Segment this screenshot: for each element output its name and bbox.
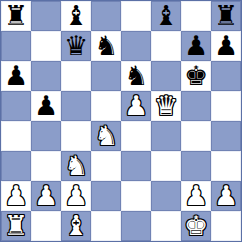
square-g7[interactable]: ♟ (181, 31, 211, 61)
square-c1[interactable]: ♝ (61, 211, 91, 241)
square-g6[interactable]: ♚ (181, 61, 211, 91)
square-h4[interactable] (211, 121, 241, 151)
piece-black-rook[interactable]: ♜ (4, 2, 28, 29)
square-f4[interactable] (151, 121, 181, 151)
piece-white-pawn[interactable]: ♟ (184, 182, 208, 209)
piece-black-bishop[interactable]: ♝ (64, 2, 88, 29)
square-g4[interactable] (181, 121, 211, 151)
piece-black-bishop[interactable]: ♝ (154, 2, 178, 29)
piece-white-knight[interactable]: ♞ (64, 152, 88, 179)
square-d2[interactable] (91, 181, 121, 211)
piece-white-bishop[interactable]: ♝ (64, 212, 88, 239)
piece-white-king[interactable]: ♚ (184, 212, 208, 239)
piece-white-pawn[interactable]: ♟ (34, 182, 58, 209)
square-f6[interactable] (151, 61, 181, 91)
piece-black-rook[interactable]: ♜ (214, 2, 238, 29)
square-f1[interactable] (151, 211, 181, 241)
square-h5[interactable] (211, 91, 241, 121)
square-b7[interactable] (31, 31, 61, 61)
square-h8[interactable]: ♜ (211, 1, 241, 31)
piece-white-pawn[interactable]: ♟ (124, 92, 148, 119)
square-a2[interactable]: ♟ (1, 181, 31, 211)
square-e1[interactable] (121, 211, 151, 241)
square-h1[interactable] (211, 211, 241, 241)
piece-black-knight[interactable]: ♞ (94, 32, 118, 59)
square-c8[interactable]: ♝ (61, 1, 91, 31)
square-e5[interactable]: ♟ (121, 91, 151, 121)
square-b8[interactable] (31, 1, 61, 31)
piece-white-rook[interactable]: ♜ (4, 212, 28, 239)
square-b5[interactable]: ♟ (31, 91, 61, 121)
square-h3[interactable] (211, 151, 241, 181)
square-c3[interactable]: ♞ (61, 151, 91, 181)
piece-black-pawn[interactable]: ♟ (184, 32, 208, 59)
square-d1[interactable] (91, 211, 121, 241)
square-f7[interactable] (151, 31, 181, 61)
square-f8[interactable]: ♝ (151, 1, 181, 31)
square-e7[interactable] (121, 31, 151, 61)
square-d5[interactable] (91, 91, 121, 121)
square-h6[interactable] (211, 61, 241, 91)
square-d4[interactable]: ♞ (91, 121, 121, 151)
square-b2[interactable]: ♟ (31, 181, 61, 211)
piece-black-knight[interactable]: ♞ (124, 62, 148, 89)
square-h7[interactable]: ♟ (211, 31, 241, 61)
square-e6[interactable]: ♞ (121, 61, 151, 91)
piece-white-pawn[interactable]: ♟ (4, 182, 28, 209)
square-e4[interactable] (121, 121, 151, 151)
square-a5[interactable] (1, 91, 31, 121)
piece-white-pawn[interactable]: ♟ (64, 182, 88, 209)
square-b1[interactable] (31, 211, 61, 241)
square-g8[interactable] (181, 1, 211, 31)
piece-black-queen[interactable]: ♛ (64, 32, 88, 59)
piece-black-king[interactable]: ♚ (184, 62, 208, 89)
square-f3[interactable] (151, 151, 181, 181)
square-b4[interactable] (31, 121, 61, 151)
square-c2[interactable]: ♟ (61, 181, 91, 211)
piece-white-queen[interactable]: ♛ (154, 92, 178, 119)
square-d7[interactable]: ♞ (91, 31, 121, 61)
square-g3[interactable] (181, 151, 211, 181)
square-g5[interactable] (181, 91, 211, 121)
square-a8[interactable]: ♜ (1, 1, 31, 31)
square-f2[interactable] (151, 181, 181, 211)
square-a7[interactable] (1, 31, 31, 61)
square-g2[interactable]: ♟ (181, 181, 211, 211)
chess-board: ♜♝♝♜♛♞♟♟♟♞♚♟♟♛♞♞♟♟♟♟♟♜♝♚ (0, 0, 242, 242)
piece-white-pawn[interactable]: ♟ (214, 182, 238, 209)
square-b6[interactable] (31, 61, 61, 91)
square-a6[interactable]: ♟ (1, 61, 31, 91)
square-c6[interactable] (61, 61, 91, 91)
piece-black-pawn[interactable]: ♟ (34, 92, 58, 119)
piece-black-pawn[interactable]: ♟ (214, 32, 238, 59)
square-d3[interactable] (91, 151, 121, 181)
square-b3[interactable] (31, 151, 61, 181)
square-e3[interactable] (121, 151, 151, 181)
square-h2[interactable]: ♟ (211, 181, 241, 211)
square-a4[interactable] (1, 121, 31, 151)
square-d8[interactable] (91, 1, 121, 31)
square-a3[interactable] (1, 151, 31, 181)
square-d6[interactable] (91, 61, 121, 91)
square-g1[interactable]: ♚ (181, 211, 211, 241)
square-f5[interactable]: ♛ (151, 91, 181, 121)
square-c5[interactable] (61, 91, 91, 121)
square-e2[interactable] (121, 181, 151, 211)
piece-black-pawn[interactable]: ♟ (4, 62, 28, 89)
square-c4[interactable] (61, 121, 91, 151)
piece-white-knight[interactable]: ♞ (94, 122, 118, 149)
square-a1[interactable]: ♜ (1, 211, 31, 241)
square-e8[interactable] (121, 1, 151, 31)
square-c7[interactable]: ♛ (61, 31, 91, 61)
